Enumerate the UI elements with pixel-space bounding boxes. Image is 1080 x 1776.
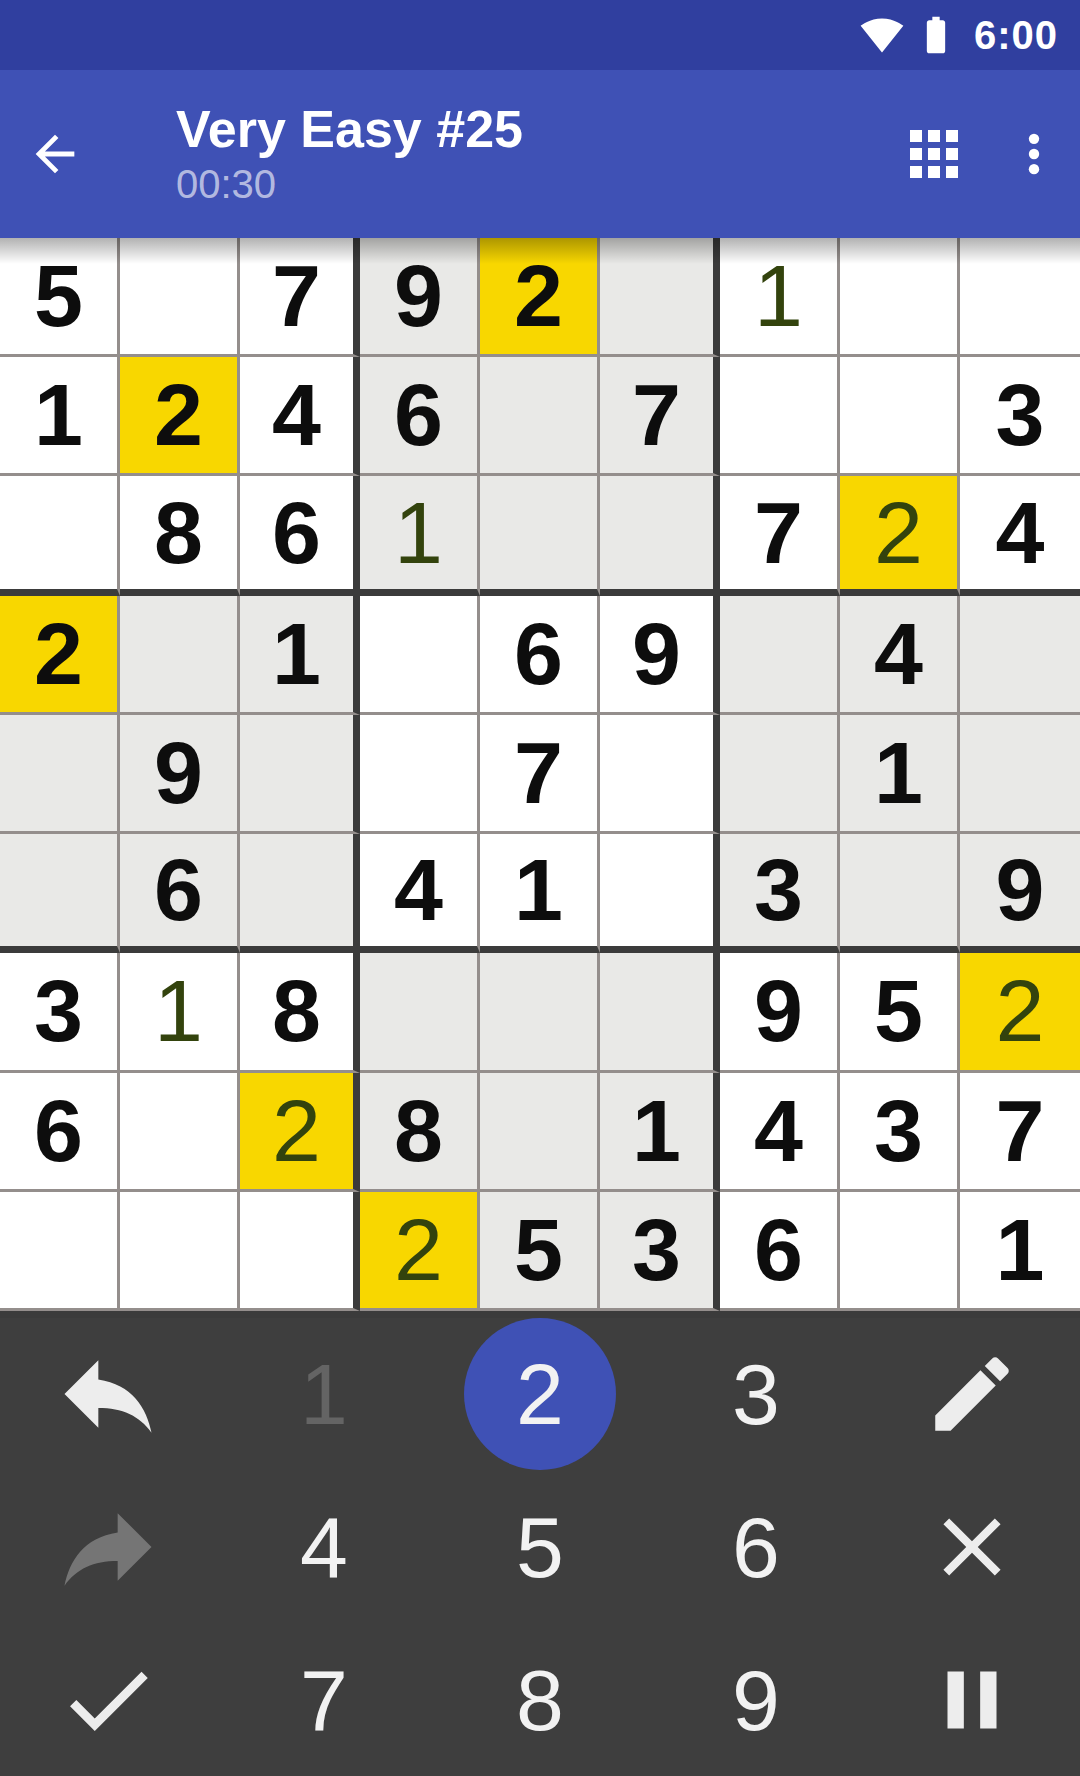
cell-r1c5[interactable]: 2 <box>480 238 600 357</box>
cell-r9c3[interactable] <box>240 1192 360 1311</box>
cell-r2c4[interactable]: 6 <box>360 357 480 476</box>
game-timer: 00:30 <box>176 159 523 209</box>
cell-r9c4[interactable]: 2 <box>360 1192 480 1311</box>
pencil-button[interactable] <box>864 1318 1080 1471</box>
cell-r6c7[interactable]: 3 <box>720 834 840 953</box>
digit-6-button[interactable]: 6 <box>648 1471 864 1624</box>
check-icon <box>55 1647 161 1753</box>
cell-r5c9[interactable] <box>960 715 1080 834</box>
check-button[interactable] <box>0 1623 216 1776</box>
pencil-icon <box>923 1345 1021 1443</box>
cell-r3c1[interactable] <box>0 476 120 595</box>
undo-icon <box>50 1336 166 1452</box>
cell-r2c9[interactable]: 3 <box>960 357 1080 476</box>
cell-r1c9[interactable] <box>960 238 1080 357</box>
cell-r5c5[interactable]: 7 <box>480 715 600 834</box>
battery-icon <box>914 13 958 57</box>
cell-r6c3[interactable] <box>240 834 360 953</box>
cell-r9c7[interactable]: 6 <box>720 1192 840 1311</box>
cell-r7c2[interactable]: 1 <box>120 953 240 1072</box>
cell-r4c3[interactable]: 1 <box>240 596 360 715</box>
app-bar: Very Easy #25 00:30 <box>0 70 1080 238</box>
cell-r7c7[interactable]: 9 <box>720 953 840 1072</box>
cell-r2c8[interactable] <box>840 357 960 476</box>
cell-r7c6[interactable] <box>600 953 720 1072</box>
cell-r7c5[interactable] <box>480 953 600 1072</box>
sudoku-board: 5792112467386172421694971641393189526281… <box>0 238 1080 1318</box>
cell-r4c5[interactable]: 6 <box>480 596 600 715</box>
cell-r2c6[interactable]: 7 <box>600 357 720 476</box>
cell-r6c6[interactable] <box>600 834 720 953</box>
cell-r8c4[interactable]: 8 <box>360 1073 480 1192</box>
cell-r8c8[interactable]: 3 <box>840 1073 960 1192</box>
number-pad: 1 2 3 4 5 6 7 8 9 <box>0 1318 1080 1776</box>
cell-r2c7[interactable] <box>720 357 840 476</box>
cell-r1c3[interactable]: 7 <box>240 238 360 357</box>
cell-r8c5[interactable] <box>480 1073 600 1192</box>
cell-r7c1[interactable]: 3 <box>0 953 120 1072</box>
cell-r9c8[interactable] <box>840 1192 960 1311</box>
grid-view-button[interactable] <box>880 94 988 214</box>
cell-r3c6[interactable] <box>600 476 720 595</box>
cell-r6c2[interactable]: 6 <box>120 834 240 953</box>
page-title: Very Easy #25 <box>176 99 523 159</box>
cell-r9c9[interactable]: 1 <box>960 1192 1080 1311</box>
cell-r2c2[interactable]: 2 <box>120 357 240 476</box>
cell-r5c8[interactable]: 1 <box>840 715 960 834</box>
cell-r9c5[interactable]: 5 <box>480 1192 600 1311</box>
cell-r5c4[interactable] <box>360 715 480 834</box>
close-icon <box>923 1498 1021 1596</box>
cell-r1c2[interactable] <box>120 238 240 357</box>
cell-r3c8[interactable]: 2 <box>840 476 960 595</box>
cell-r4c2[interactable] <box>120 596 240 715</box>
cell-r4c1[interactable]: 2 <box>0 596 120 715</box>
redo-button[interactable] <box>0 1471 216 1624</box>
digit-3-button[interactable]: 3 <box>648 1318 864 1471</box>
cell-r6c9[interactable]: 9 <box>960 834 1080 953</box>
cell-r1c8[interactable] <box>840 238 960 357</box>
cell-r9c1[interactable] <box>0 1192 120 1311</box>
cell-r6c5[interactable]: 1 <box>480 834 600 953</box>
cell-r4c6[interactable]: 9 <box>600 596 720 715</box>
digit-9-button[interactable]: 9 <box>648 1623 864 1776</box>
overflow-menu-button[interactable] <box>988 94 1080 214</box>
cell-r7c4[interactable] <box>360 953 480 1072</box>
cell-r8c6[interactable]: 1 <box>600 1073 720 1192</box>
cell-r3c5[interactable] <box>480 476 600 595</box>
cell-r3c7[interactable]: 7 <box>720 476 840 595</box>
cell-r8c1[interactable]: 6 <box>0 1073 120 1192</box>
cell-r9c6[interactable]: 3 <box>600 1192 720 1311</box>
digit-5-button[interactable]: 5 <box>432 1471 648 1624</box>
cell-r2c3[interactable]: 4 <box>240 357 360 476</box>
back-arrow-icon <box>26 125 84 183</box>
cell-r6c4[interactable]: 4 <box>360 834 480 953</box>
cell-r7c3[interactable]: 8 <box>240 953 360 1072</box>
cell-r5c2[interactable]: 9 <box>120 715 240 834</box>
cell-r6c1[interactable] <box>0 834 120 953</box>
cell-r8c2[interactable] <box>120 1073 240 1192</box>
appbar-actions <box>880 70 1080 238</box>
clear-button[interactable] <box>864 1471 1080 1624</box>
cell-r4c7[interactable] <box>720 596 840 715</box>
redo-icon <box>50 1489 166 1605</box>
cell-r1c1[interactable]: 5 <box>0 238 120 357</box>
digit-2-button[interactable]: 2 <box>432 1318 648 1471</box>
cell-r5c1[interactable] <box>0 715 120 834</box>
cell-r3c9[interactable]: 4 <box>960 476 1080 595</box>
digit-4-button[interactable]: 4 <box>216 1471 432 1624</box>
cell-r1c4[interactable]: 9 <box>360 238 480 357</box>
cell-r8c3[interactable]: 2 <box>240 1073 360 1192</box>
digit-7-button[interactable]: 7 <box>216 1623 432 1776</box>
cell-r4c9[interactable] <box>960 596 1080 715</box>
sudoku-grid: 5792112467386172421694971641393189526281… <box>0 238 1080 1318</box>
cell-r4c4[interactable] <box>360 596 480 715</box>
pause-button[interactable] <box>864 1623 1080 1776</box>
status-bar: 6:00 <box>0 0 1080 70</box>
cell-r1c6[interactable] <box>600 238 720 357</box>
cell-r8c9[interactable]: 7 <box>960 1073 1080 1192</box>
back-button[interactable] <box>0 125 110 183</box>
cell-r5c7[interactable] <box>720 715 840 834</box>
cell-r2c5[interactable] <box>480 357 600 476</box>
cell-r4c8[interactable]: 4 <box>840 596 960 715</box>
cell-r7c8[interactable]: 5 <box>840 953 960 1072</box>
cell-r3c3[interactable]: 6 <box>240 476 360 595</box>
title-block: Very Easy #25 00:30 <box>176 99 523 209</box>
grid-icon <box>898 118 970 190</box>
cell-r6c8[interactable] <box>840 834 960 953</box>
cell-r5c3[interactable] <box>240 715 360 834</box>
cell-r8c7[interactable]: 4 <box>720 1073 840 1192</box>
status-time: 6:00 <box>974 13 1058 58</box>
digit-8-button[interactable]: 8 <box>432 1623 648 1776</box>
wifi-icon <box>860 13 904 57</box>
cell-r5c6[interactable] <box>600 715 720 834</box>
overflow-menu-icon <box>1008 128 1060 180</box>
cell-r3c4[interactable]: 1 <box>360 476 480 595</box>
cell-r1c7[interactable]: 1 <box>720 238 840 357</box>
pause-icon <box>923 1651 1021 1749</box>
undo-button[interactable] <box>0 1318 216 1471</box>
cell-r2c1[interactable]: 1 <box>0 357 120 476</box>
digit-1-button[interactable]: 1 <box>216 1318 432 1471</box>
cell-r3c2[interactable]: 8 <box>120 476 240 595</box>
cell-r9c2[interactable] <box>120 1192 240 1311</box>
cell-r7c9[interactable]: 2 <box>960 953 1080 1072</box>
